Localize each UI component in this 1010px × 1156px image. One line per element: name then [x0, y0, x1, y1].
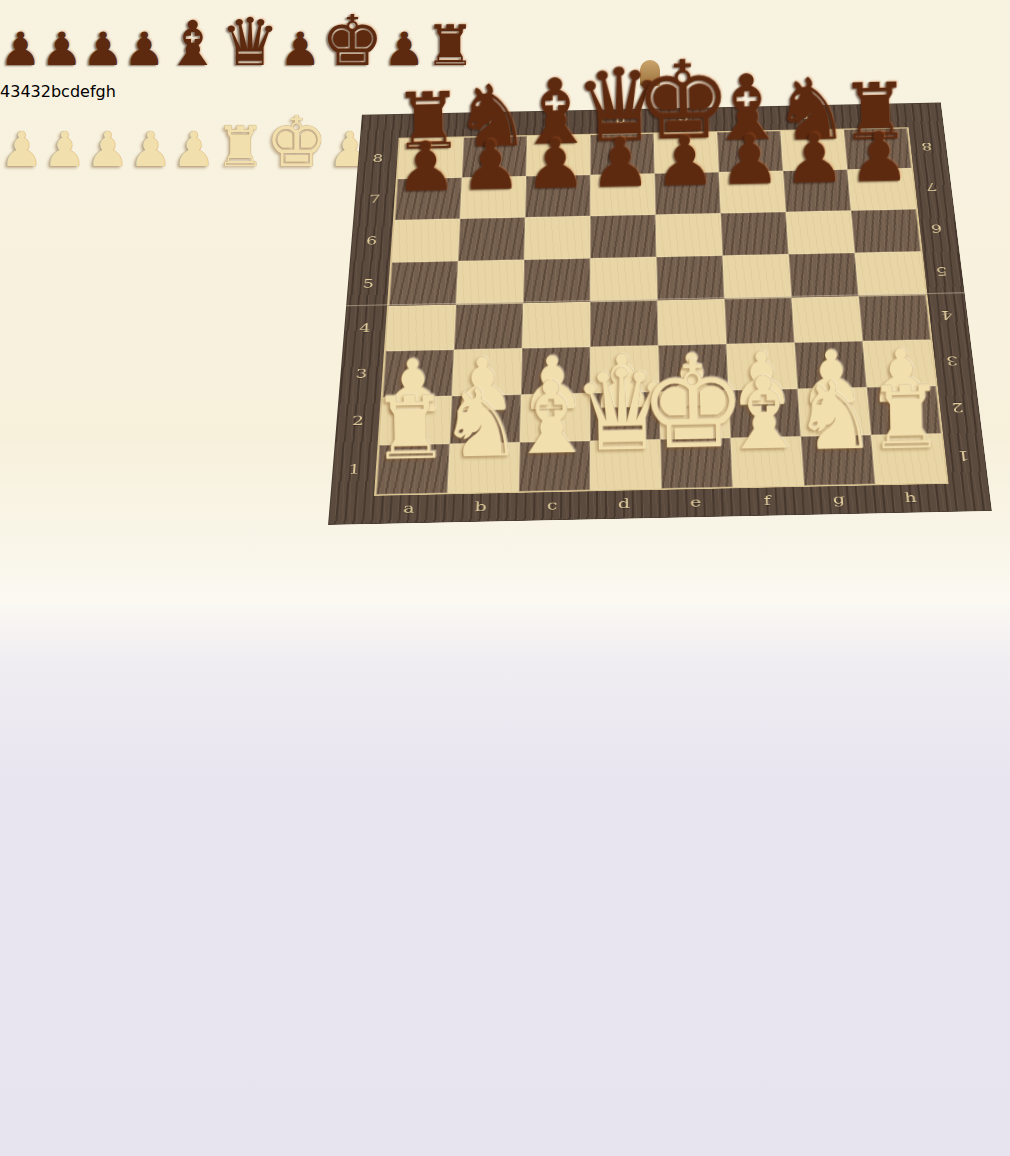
file-label-bottom-e: e — [690, 494, 702, 510]
pieces-layer: ♜♞♝♛♚♝♞♜♟♟♟♟♟♟♟♟♟♟♟♟♟♟♟♟♜♞♝♛♚♝♞♜ — [328, 103, 992, 525]
rank-label-right-3: 3 — [946, 354, 959, 368]
rank-label-left-1: 1 — [348, 461, 361, 476]
rank-label-right-5: 5 — [935, 265, 948, 279]
piece-b7-black-pawn: ♟ — [459, 131, 522, 201]
assembled-board-scene: 8765432187654321abcdefghabcdefgh ♜♞♝♛♚♝♞… — [0, 0, 1010, 1156]
product-photo-stage: 8765432187654321abcdefghabcdefgh ♜♞♝♛♚♝♞… — [0, 0, 1010, 1156]
rank-label-left-5: 5 — [362, 277, 374, 291]
rank-label-left-4: 4 — [359, 321, 371, 335]
file-label-bottom-f: f — [763, 493, 771, 509]
file-label-bottom-b: b — [474, 498, 487, 514]
chess-board: 8765432187654321abcdefghabcdefgh ♜♞♝♛♚♝♞… — [328, 103, 992, 525]
piece-d7-black-pawn: ♟ — [589, 128, 652, 198]
rank-label-right-7: 7 — [925, 181, 937, 194]
rank-label-right-2: 2 — [951, 400, 964, 415]
piece-c7-black-pawn: ♟ — [524, 129, 587, 199]
piece-h7-black-pawn: ♟ — [848, 123, 911, 193]
piece-g7-black-pawn: ♟ — [783, 124, 846, 194]
rank-label-right-4: 4 — [940, 309, 953, 323]
piece-e7-black-pawn: ♟ — [654, 127, 717, 197]
file-label-bottom-h: h — [904, 489, 918, 505]
rank-label-right-1: 1 — [957, 448, 971, 463]
file-label-top-b: b — [489, 118, 500, 130]
box-side-panel — [328, 518, 992, 592]
file-label-top-g: g — [803, 111, 815, 123]
file-label-top-a: a — [426, 119, 437, 131]
file-label-top-e: e — [678, 114, 688, 126]
piece-a7-black-pawn: ♟ — [395, 132, 458, 202]
file-label-bottom-g: g — [832, 491, 845, 507]
file-label-top-d: d — [615, 115, 626, 127]
rank-label-left-8: 8 — [372, 152, 384, 164]
file-label-top-h: h — [866, 110, 878, 122]
rank-label-left-6: 6 — [366, 234, 378, 247]
file-label-top-c: c — [552, 116, 561, 128]
file-label-bottom-d: d — [618, 495, 630, 511]
rank-label-left-2: 2 — [352, 413, 365, 428]
file-label-top-f: f — [743, 113, 750, 125]
piece-f7-black-pawn: ♟ — [718, 125, 781, 195]
piece-h1-white-rook: ♜ — [866, 374, 945, 462]
rank-label-right-8: 8 — [921, 140, 933, 152]
rank-label-left-7: 7 — [369, 192, 381, 205]
piece-g1-white-knight: ♞ — [792, 367, 879, 463]
rank-label-left-3: 3 — [355, 366, 368, 380]
rank-label-right-6: 6 — [930, 222, 943, 235]
file-label-bottom-a: a — [403, 500, 415, 516]
file-label-bottom-c: c — [547, 497, 558, 513]
